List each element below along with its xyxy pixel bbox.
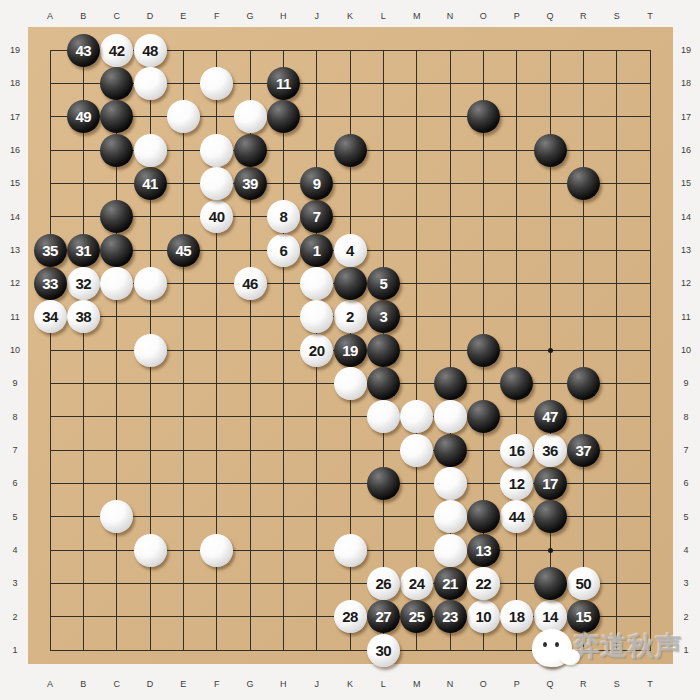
row-label-left: 11 bbox=[4, 311, 26, 323]
stone-black bbox=[467, 400, 500, 433]
stone-number: 19 bbox=[342, 343, 358, 358]
stone-black-17: 17 bbox=[534, 467, 567, 500]
grid-line-horizontal bbox=[50, 216, 651, 217]
stone-black bbox=[467, 100, 500, 133]
stone-number: 23 bbox=[442, 609, 458, 624]
stone-black bbox=[534, 134, 567, 167]
stone-black-49: 49 bbox=[67, 100, 100, 133]
stone-white-22: 22 bbox=[467, 567, 500, 600]
stone-number: 3 bbox=[379, 309, 387, 324]
stone-white-26: 26 bbox=[367, 567, 400, 600]
stone-number: 17 bbox=[542, 476, 558, 491]
stone-number: 45 bbox=[175, 243, 191, 258]
stone-number: 44 bbox=[509, 509, 525, 524]
stone-number: 13 bbox=[475, 543, 491, 558]
row-label-right: 4 bbox=[675, 544, 697, 556]
column-label-bottom: E bbox=[172, 678, 194, 690]
stone-black-15: 15 bbox=[567, 600, 600, 633]
stone-number: 35 bbox=[42, 243, 58, 258]
row-label-left: 17 bbox=[4, 111, 26, 123]
stone-number: 14 bbox=[542, 609, 558, 624]
stone-black bbox=[500, 367, 533, 400]
stone-number: 43 bbox=[75, 43, 91, 58]
stone-white-6: 6 bbox=[267, 234, 300, 267]
column-label-bottom: M bbox=[406, 678, 428, 690]
column-label-top: O bbox=[472, 10, 494, 22]
stone-black-35: 35 bbox=[34, 234, 67, 267]
stone-white-48: 48 bbox=[134, 34, 167, 67]
stone-white-12: 12 bbox=[500, 467, 533, 500]
column-label-top: C bbox=[106, 10, 128, 22]
column-label-top: G bbox=[239, 10, 261, 22]
stone-white-34: 34 bbox=[34, 300, 67, 333]
stone-black-47: 47 bbox=[534, 400, 567, 433]
row-label-left: 6 bbox=[4, 477, 26, 489]
row-label-right: 9 bbox=[675, 377, 697, 389]
stone-black-9: 9 bbox=[300, 167, 333, 200]
stone-white bbox=[134, 267, 167, 300]
stone-number: 37 bbox=[575, 443, 591, 458]
row-label-left: 9 bbox=[4, 377, 26, 389]
stone-black-31: 31 bbox=[67, 234, 100, 267]
stone-black bbox=[567, 367, 600, 400]
column-label-top: F bbox=[206, 10, 228, 22]
column-label-bottom: O bbox=[472, 678, 494, 690]
row-label-left: 18 bbox=[4, 77, 26, 89]
stone-white bbox=[334, 367, 367, 400]
stone-number: 46 bbox=[242, 276, 258, 291]
column-label-bottom: A bbox=[39, 678, 61, 690]
row-label-right: 13 bbox=[675, 244, 697, 256]
stone-white bbox=[134, 67, 167, 100]
stone-number: 28 bbox=[342, 609, 358, 624]
stone-black-5: 5 bbox=[367, 267, 400, 300]
star-point bbox=[548, 548, 553, 553]
stone-black-37: 37 bbox=[567, 434, 600, 467]
stone-white bbox=[434, 467, 467, 500]
column-label-top: T bbox=[639, 10, 661, 22]
stone-white bbox=[200, 67, 233, 100]
stone-number: 7 bbox=[313, 209, 321, 224]
row-label-right: 16 bbox=[675, 144, 697, 156]
stone-number: 9 bbox=[313, 176, 321, 191]
row-label-right: 11 bbox=[675, 311, 697, 323]
stone-number: 20 bbox=[309, 343, 325, 358]
star-point bbox=[548, 348, 553, 353]
stone-number: 32 bbox=[75, 276, 91, 291]
stone-number: 29 bbox=[542, 643, 558, 658]
column-label-bottom: B bbox=[72, 678, 94, 690]
column-label-bottom: T bbox=[639, 678, 661, 690]
column-label-bottom: R bbox=[572, 678, 594, 690]
stone-black-1: 1 bbox=[300, 234, 333, 267]
column-label-bottom: F bbox=[206, 678, 228, 690]
grid-line-vertical bbox=[83, 50, 84, 651]
row-label-left: 15 bbox=[4, 177, 26, 189]
stone-white bbox=[367, 400, 400, 433]
stone-number: 30 bbox=[375, 643, 391, 658]
stone-black-27: 27 bbox=[367, 600, 400, 633]
grid-line-vertical bbox=[283, 50, 284, 651]
stone-number: 26 bbox=[375, 576, 391, 591]
column-label-top: D bbox=[139, 10, 161, 22]
row-label-right: 1 bbox=[675, 644, 697, 656]
stone-black bbox=[234, 134, 267, 167]
stone-black-43: 43 bbox=[67, 34, 100, 67]
column-label-top: R bbox=[572, 10, 594, 22]
row-label-left: 12 bbox=[4, 277, 26, 289]
stone-number: 33 bbox=[42, 276, 58, 291]
stone-white bbox=[234, 100, 267, 133]
stone-white bbox=[434, 500, 467, 533]
stone-black bbox=[100, 134, 133, 167]
stone-white-32: 32 bbox=[67, 267, 100, 300]
grid-line-vertical bbox=[183, 50, 184, 651]
stone-white bbox=[300, 267, 333, 300]
stone-white bbox=[134, 134, 167, 167]
stone-black bbox=[334, 134, 367, 167]
grid-line-vertical bbox=[516, 50, 517, 651]
column-label-bottom: S bbox=[606, 678, 628, 690]
stone-number: 1 bbox=[313, 243, 321, 258]
column-label-bottom: Q bbox=[539, 678, 561, 690]
row-label-left: 1 bbox=[4, 644, 26, 656]
column-label-bottom: H bbox=[272, 678, 294, 690]
stone-white bbox=[200, 167, 233, 200]
stone-black-21: 21 bbox=[434, 567, 467, 600]
row-label-left: 19 bbox=[4, 44, 26, 56]
stone-number: 24 bbox=[409, 576, 425, 591]
stone-number: 12 bbox=[509, 476, 525, 491]
stone-white-10: 10 bbox=[467, 600, 500, 633]
stone-white bbox=[100, 267, 133, 300]
stone-number: 4 bbox=[346, 243, 354, 258]
stone-number: 42 bbox=[109, 43, 125, 58]
row-label-right: 8 bbox=[675, 411, 697, 423]
stone-black-33: 33 bbox=[34, 267, 67, 300]
stone-white-30: 30 bbox=[367, 634, 400, 667]
stone-black-13: 13 bbox=[467, 534, 500, 567]
stone-white-38: 38 bbox=[67, 300, 100, 333]
stone-black bbox=[367, 467, 400, 500]
stone-white-24: 24 bbox=[400, 567, 433, 600]
stone-number: 34 bbox=[42, 309, 58, 324]
column-label-top: K bbox=[339, 10, 361, 22]
stone-black bbox=[467, 500, 500, 533]
stone-black bbox=[567, 167, 600, 200]
row-label-right: 19 bbox=[675, 44, 697, 56]
stone-black bbox=[100, 234, 133, 267]
stone-number: 5 bbox=[379, 276, 387, 291]
stone-white bbox=[334, 534, 367, 567]
grid-line-vertical bbox=[50, 50, 51, 651]
stone-black bbox=[367, 334, 400, 367]
row-label-right: 7 bbox=[675, 444, 697, 456]
stone-white-42: 42 bbox=[100, 34, 133, 67]
column-label-bottom: N bbox=[439, 678, 461, 690]
row-label-right: 2 bbox=[675, 611, 697, 623]
stone-black-41: 41 bbox=[134, 167, 167, 200]
stone-white-8: 8 bbox=[267, 200, 300, 233]
column-label-top: J bbox=[306, 10, 328, 22]
stone-number: 31 bbox=[75, 243, 91, 258]
row-label-right: 17 bbox=[675, 111, 697, 123]
column-label-bottom: J bbox=[306, 678, 328, 690]
row-label-left: 13 bbox=[4, 244, 26, 256]
column-label-bottom: P bbox=[506, 678, 528, 690]
stone-number: 22 bbox=[475, 576, 491, 591]
stone-number: 48 bbox=[142, 43, 158, 58]
column-label-bottom: G bbox=[239, 678, 261, 690]
column-label-bottom: D bbox=[139, 678, 161, 690]
stone-white-46: 46 bbox=[234, 267, 267, 300]
stone-black-29: 29 bbox=[534, 634, 567, 667]
stone-black-11: 11 bbox=[267, 67, 300, 100]
row-label-left: 3 bbox=[4, 577, 26, 589]
stone-number: 11 bbox=[276, 76, 291, 91]
stone-white-14: 14 bbox=[534, 600, 567, 633]
row-label-left: 14 bbox=[4, 211, 26, 223]
stone-number: 40 bbox=[209, 209, 225, 224]
row-label-left: 8 bbox=[4, 411, 26, 423]
row-label-left: 5 bbox=[4, 511, 26, 523]
stone-white bbox=[434, 534, 467, 567]
stone-number: 50 bbox=[575, 576, 591, 591]
stone-black bbox=[334, 267, 367, 300]
grid-line-horizontal bbox=[50, 116, 651, 117]
stone-number: 10 bbox=[475, 609, 491, 624]
stone-white bbox=[434, 400, 467, 433]
column-label-bottom: L bbox=[372, 678, 394, 690]
stone-white-28: 28 bbox=[334, 600, 367, 633]
row-label-right: 18 bbox=[675, 77, 697, 89]
row-label-right: 3 bbox=[675, 577, 697, 589]
column-label-top: A bbox=[39, 10, 61, 22]
grid-line-vertical bbox=[583, 50, 584, 651]
row-label-right: 5 bbox=[675, 511, 697, 523]
stone-number: 21 bbox=[442, 576, 458, 591]
go-diagram-page: 1234567891011121314151617181920212223242… bbox=[0, 0, 700, 700]
stone-white-16: 16 bbox=[500, 434, 533, 467]
stone-black bbox=[467, 334, 500, 367]
stone-black-45: 45 bbox=[167, 234, 200, 267]
row-label-left: 7 bbox=[4, 444, 26, 456]
stone-black bbox=[534, 567, 567, 600]
stone-number: 38 bbox=[75, 309, 91, 324]
column-label-top: P bbox=[506, 10, 528, 22]
stone-black bbox=[100, 67, 133, 100]
row-label-left: 2 bbox=[4, 611, 26, 623]
stone-white bbox=[134, 534, 167, 567]
row-label-left: 4 bbox=[4, 544, 26, 556]
column-label-bottom: K bbox=[339, 678, 361, 690]
column-label-bottom: C bbox=[106, 678, 128, 690]
stone-number: 8 bbox=[279, 209, 287, 224]
stone-black-19: 19 bbox=[334, 334, 367, 367]
column-label-top: M bbox=[406, 10, 428, 22]
stone-black-23: 23 bbox=[434, 600, 467, 633]
stone-white-2: 2 bbox=[334, 300, 367, 333]
column-label-top: L bbox=[372, 10, 394, 22]
grid-line-vertical bbox=[616, 50, 617, 651]
row-label-right: 15 bbox=[675, 177, 697, 189]
column-label-top: B bbox=[72, 10, 94, 22]
stone-number: 39 bbox=[242, 176, 258, 191]
stone-number: 41 bbox=[142, 176, 158, 191]
stone-white bbox=[200, 534, 233, 567]
stone-white bbox=[400, 434, 433, 467]
stone-number: 25 bbox=[409, 609, 425, 624]
stone-white bbox=[200, 134, 233, 167]
column-label-top: H bbox=[272, 10, 294, 22]
stone-white-50: 50 bbox=[567, 567, 600, 600]
stone-number: 18 bbox=[509, 609, 525, 624]
stone-number: 16 bbox=[509, 443, 525, 458]
stone-number: 36 bbox=[542, 443, 558, 458]
row-label-right: 6 bbox=[675, 477, 697, 489]
stone-black-39: 39 bbox=[234, 167, 267, 200]
stone-black bbox=[534, 500, 567, 533]
stone-white bbox=[134, 334, 167, 367]
stone-number: 27 bbox=[375, 609, 391, 624]
stone-white-20: 20 bbox=[300, 334, 333, 367]
stone-black-3: 3 bbox=[367, 300, 400, 333]
stone-number: 6 bbox=[279, 243, 287, 258]
column-label-top: N bbox=[439, 10, 461, 22]
stone-black bbox=[367, 367, 400, 400]
stone-number: 47 bbox=[542, 409, 558, 424]
column-label-top: E bbox=[172, 10, 194, 22]
stone-number: 2 bbox=[346, 309, 354, 324]
grid-line-vertical bbox=[650, 50, 651, 651]
row-label-right: 12 bbox=[675, 277, 697, 289]
column-label-top: Q bbox=[539, 10, 561, 22]
column-label-top: S bbox=[606, 10, 628, 22]
stone-black bbox=[434, 434, 467, 467]
stone-white-36: 36 bbox=[534, 434, 567, 467]
stone-black bbox=[434, 367, 467, 400]
stone-number: 15 bbox=[575, 609, 591, 624]
stone-white-4: 4 bbox=[334, 234, 367, 267]
stone-black bbox=[267, 100, 300, 133]
grid-line-vertical bbox=[416, 50, 417, 651]
stone-number: 49 bbox=[75, 109, 91, 124]
stone-white bbox=[167, 100, 200, 133]
row-label-right: 10 bbox=[675, 344, 697, 356]
row-label-left: 16 bbox=[4, 144, 26, 156]
row-label-left: 10 bbox=[4, 344, 26, 356]
row-label-right: 14 bbox=[675, 211, 697, 223]
